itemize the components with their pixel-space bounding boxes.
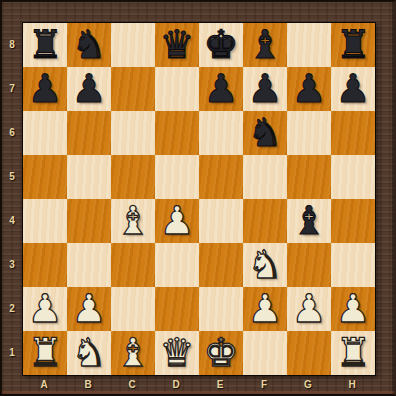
file-label-b: B [66,375,110,393]
rank-label-3: 3 [2,242,22,286]
square-e4[interactable] [199,199,243,243]
piece-black-pawn: ♟ [292,67,327,111]
piece-black-bishop: ♝ [248,23,283,67]
square-h8[interactable]: ♜ [331,23,375,67]
piece-white-knight: ♞ [72,331,107,375]
square-c8[interactable] [111,23,155,67]
rank-label-4: 4 [2,198,22,242]
square-h1[interactable]: ♜ [331,331,375,375]
file-label-c: C [110,375,154,393]
square-h7[interactable]: ♟ [331,67,375,111]
square-e3[interactable] [199,243,243,287]
square-d6[interactable] [155,111,199,155]
square-b3[interactable] [67,243,111,287]
square-b1[interactable]: ♞ [67,331,111,375]
square-d4[interactable]: ♟ [155,199,199,243]
square-c1[interactable]: ♝ [111,331,155,375]
rank-label-8: 8 [2,22,22,66]
square-a5[interactable] [23,155,67,199]
square-a6[interactable] [23,111,67,155]
piece-black-pawn: ♟ [336,67,371,111]
square-a3[interactable] [23,243,67,287]
piece-black-pawn: ♟ [248,67,283,111]
piece-black-pawn: ♟ [28,67,63,111]
chess-board: ♜♞♛♚♝♜♟♟♟♟♟♟♞♝♟♝♞♟♟♟♟♟♜♞♝♛♚♜ [22,22,376,376]
piece-white-rook: ♜ [336,331,371,375]
square-e8[interactable]: ♚ [199,23,243,67]
square-c6[interactable] [111,111,155,155]
square-g1[interactable] [287,331,331,375]
rank-label-2: 2 [2,286,22,330]
square-c7[interactable] [111,67,155,111]
square-a4[interactable] [23,199,67,243]
square-h2[interactable]: ♟ [331,287,375,331]
square-f3[interactable]: ♞ [243,243,287,287]
piece-black-rook: ♜ [28,23,63,67]
square-b5[interactable] [67,155,111,199]
square-e1[interactable]: ♚ [199,331,243,375]
piece-white-pawn: ♟ [72,287,107,331]
piece-white-pawn: ♟ [292,287,327,331]
piece-white-queen: ♛ [160,331,195,375]
square-c5[interactable] [111,155,155,199]
rank-label-6: 6 [2,110,22,154]
square-g6[interactable] [287,111,331,155]
piece-white-knight: ♞ [248,243,283,287]
square-f8[interactable]: ♝ [243,23,287,67]
square-f1[interactable] [243,331,287,375]
piece-black-knight: ♞ [72,23,107,67]
file-label-g: G [286,375,330,393]
file-label-h: H [330,375,374,393]
file-label-a: A [22,375,66,393]
piece-white-pawn: ♟ [28,287,63,331]
piece-white-king: ♚ [204,331,239,375]
file-label-d: D [154,375,198,393]
piece-black-queen: ♛ [160,23,195,67]
piece-white-rook: ♜ [28,331,63,375]
square-f7[interactable]: ♟ [243,67,287,111]
square-c4[interactable]: ♝ [111,199,155,243]
square-d8[interactable]: ♛ [155,23,199,67]
square-g5[interactable] [287,155,331,199]
square-g7[interactable]: ♟ [287,67,331,111]
square-b8[interactable]: ♞ [67,23,111,67]
square-a1[interactable]: ♜ [23,331,67,375]
square-d1[interactable]: ♛ [155,331,199,375]
square-h5[interactable] [331,155,375,199]
file-label-f: F [242,375,286,393]
piece-black-knight: ♞ [248,111,283,155]
piece-white-bishop: ♝ [116,199,151,243]
board-frame: 87654321 ♜♞♛♚♝♜♟♟♟♟♟♟♞♝♟♝♞♟♟♟♟♟♜♞♝♛♚♜ AB… [0,0,396,396]
square-c3[interactable] [111,243,155,287]
square-h4[interactable] [331,199,375,243]
piece-black-bishop: ♝ [292,199,327,243]
piece-white-pawn: ♟ [160,199,195,243]
piece-black-pawn: ♟ [72,67,107,111]
square-d2[interactable] [155,287,199,331]
square-f6[interactable]: ♞ [243,111,287,155]
piece-white-pawn: ♟ [336,287,371,331]
square-e6[interactable] [199,111,243,155]
square-d5[interactable] [155,155,199,199]
square-b4[interactable] [67,199,111,243]
square-c2[interactable] [111,287,155,331]
square-d7[interactable] [155,67,199,111]
rank-label-7: 7 [2,66,22,110]
square-d3[interactable] [155,243,199,287]
piece-white-bishop: ♝ [116,331,151,375]
square-f2[interactable]: ♟ [243,287,287,331]
square-a8[interactable]: ♜ [23,23,67,67]
square-b6[interactable] [67,111,111,155]
file-label-e: E [198,375,242,393]
square-h6[interactable] [331,111,375,155]
square-a7[interactable]: ♟ [23,67,67,111]
piece-black-rook: ♜ [336,23,371,67]
rank-labels: 87654321 [2,22,22,374]
piece-black-king: ♚ [204,23,239,67]
square-h3[interactable] [331,243,375,287]
file-labels: ABCDEFGH [22,375,374,396]
piece-black-pawn: ♟ [204,67,239,111]
square-f5[interactable] [243,155,287,199]
piece-white-pawn: ♟ [248,287,283,331]
square-b2[interactable]: ♟ [67,287,111,331]
rank-label-5: 5 [2,154,22,198]
rank-label-1: 1 [2,330,22,374]
square-e7[interactable]: ♟ [199,67,243,111]
square-g3[interactable] [287,243,331,287]
square-e5[interactable] [199,155,243,199]
square-g4[interactable]: ♝ [287,199,331,243]
square-g8[interactable] [287,23,331,67]
square-f4[interactable] [243,199,287,243]
square-g2[interactable]: ♟ [287,287,331,331]
square-e2[interactable] [199,287,243,331]
square-b7[interactable]: ♟ [67,67,111,111]
square-a2[interactable]: ♟ [23,287,67,331]
